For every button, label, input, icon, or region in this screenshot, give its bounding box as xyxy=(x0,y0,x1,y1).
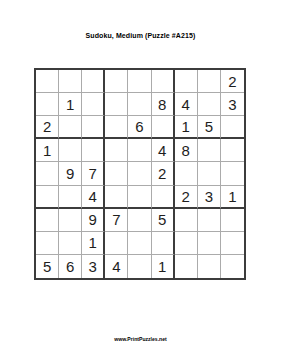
cell-r7c7 xyxy=(175,209,198,232)
cell-r3c8: 5 xyxy=(198,116,221,139)
cell-r3c7: 1 xyxy=(175,116,198,139)
cell-r6c1 xyxy=(36,186,59,209)
cell-r2c1 xyxy=(36,93,59,116)
cell-r8c2 xyxy=(59,232,82,255)
cell-r1c4 xyxy=(105,70,128,93)
cell-r1c5 xyxy=(128,70,151,93)
cell-r3c3 xyxy=(82,116,105,139)
cell-r5c3: 7 xyxy=(82,162,105,185)
cell-r5c4 xyxy=(105,162,128,185)
cell-r8c1 xyxy=(36,232,59,255)
cell-r5c8 xyxy=(198,162,221,185)
cell-r1c9: 2 xyxy=(221,70,244,93)
cell-r6c6 xyxy=(152,186,175,209)
cell-r9c5 xyxy=(128,255,151,278)
cell-r9c7 xyxy=(175,255,198,278)
cell-r3c1: 2 xyxy=(36,116,59,139)
cell-r3c5: 6 xyxy=(128,116,151,139)
cell-r7c4: 7 xyxy=(105,209,128,232)
cell-r6c4 xyxy=(105,186,128,209)
cell-r2c6: 8 xyxy=(152,93,175,116)
cell-r5c5 xyxy=(128,162,151,185)
cell-r4c1: 1 xyxy=(36,139,59,162)
cell-r1c8 xyxy=(198,70,221,93)
cell-r1c3 xyxy=(82,70,105,93)
cell-r6c2 xyxy=(59,186,82,209)
cell-r2c9: 3 xyxy=(221,93,244,116)
cell-r1c2 xyxy=(59,70,82,93)
puzzle-title: Sudoku, Medium (Puzzle #A215) xyxy=(0,32,281,39)
cell-r8c8 xyxy=(198,232,221,255)
cell-r2c5 xyxy=(128,93,151,116)
cell-r9c6: 1 xyxy=(152,255,175,278)
sudoku-board: 2184326151489724231975156341 xyxy=(34,68,246,280)
cell-r6c9: 1 xyxy=(221,186,244,209)
cell-r4c3 xyxy=(82,139,105,162)
cell-r2c3 xyxy=(82,93,105,116)
cell-r2c8 xyxy=(198,93,221,116)
cell-r7c5 xyxy=(128,209,151,232)
cell-r3c2 xyxy=(59,116,82,139)
cell-r6c8: 3 xyxy=(198,186,221,209)
cell-r4c5 xyxy=(128,139,151,162)
cell-r9c3: 3 xyxy=(82,255,105,278)
cell-r5c2: 9 xyxy=(59,162,82,185)
cell-r3c9 xyxy=(221,116,244,139)
cell-r1c7 xyxy=(175,70,198,93)
footer-url: www.PrintPuzzles.net xyxy=(21,337,260,342)
cell-r2c4 xyxy=(105,93,128,116)
cell-r2c2: 1 xyxy=(59,93,82,116)
cell-r6c7: 2 xyxy=(175,186,198,209)
cell-r4c8 xyxy=(198,139,221,162)
cell-r1c6 xyxy=(152,70,175,93)
cell-r9c8 xyxy=(198,255,221,278)
cell-r3c4 xyxy=(105,116,128,139)
cell-r4c9 xyxy=(221,139,244,162)
cell-r7c9 xyxy=(221,209,244,232)
cell-r7c6: 5 xyxy=(152,209,175,232)
cell-r4c4 xyxy=(105,139,128,162)
cell-r8c3: 1 xyxy=(82,232,105,255)
cell-r4c7: 8 xyxy=(175,139,198,162)
cell-r4c6: 4 xyxy=(152,139,175,162)
cell-r6c5 xyxy=(128,186,151,209)
cell-r7c3: 9 xyxy=(82,209,105,232)
cell-r9c9 xyxy=(221,255,244,278)
cell-r5c1 xyxy=(36,162,59,185)
cell-r8c5 xyxy=(128,232,151,255)
cell-r3c6 xyxy=(152,116,175,139)
cell-r8c6 xyxy=(152,232,175,255)
puzzle-page: Sudoku, Medium (Puzzle #A215) 2184326151… xyxy=(0,0,281,363)
cell-r9c2: 6 xyxy=(59,255,82,278)
cell-r8c9 xyxy=(221,232,244,255)
cell-r7c1 xyxy=(36,209,59,232)
cell-r4c2 xyxy=(59,139,82,162)
cell-r9c1: 5 xyxy=(36,255,59,278)
cell-r7c2 xyxy=(59,209,82,232)
cell-r9c4: 4 xyxy=(105,255,128,278)
cell-r5c9 xyxy=(221,162,244,185)
cell-r6c3: 4 xyxy=(82,186,105,209)
cell-r5c7 xyxy=(175,162,198,185)
cell-r8c7 xyxy=(175,232,198,255)
cell-r1c1 xyxy=(36,70,59,93)
cell-r8c4 xyxy=(105,232,128,255)
cell-r2c7: 4 xyxy=(175,93,198,116)
cell-r5c6: 2 xyxy=(152,162,175,185)
cell-r7c8 xyxy=(198,209,221,232)
